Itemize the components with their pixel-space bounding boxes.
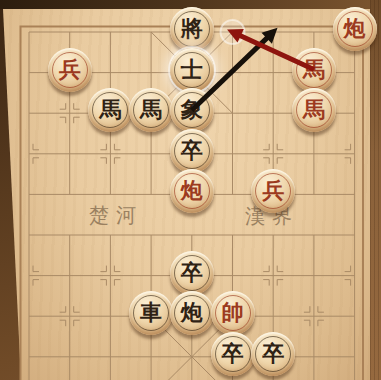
- xiangqi-app: 楚河 漢界 將炮兵士馬馬馬象馬卒炮兵卒車炮帥卒卒: [0, 0, 381, 380]
- black-elephant-move-arrow: [192, 37, 268, 110]
- move-arrows-overlay: [0, 0, 381, 380]
